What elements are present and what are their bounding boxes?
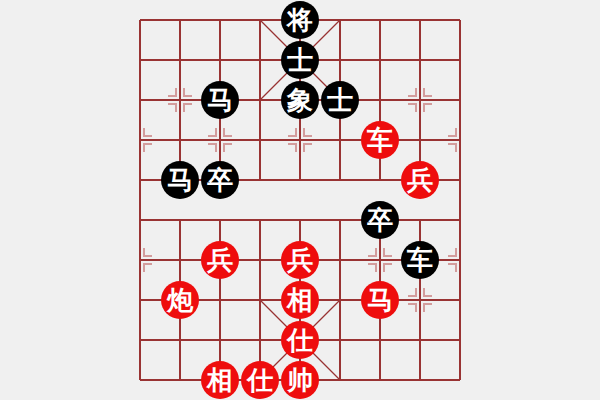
piece-black-horse[interactable]: 马 [201, 81, 239, 119]
piece-black-pawn[interactable]: 卒 [201, 161, 239, 199]
piece-red-cannon[interactable]: 炮 [161, 281, 199, 319]
piece-black-elephant[interactable]: 象 [281, 81, 319, 119]
piece-black-advisor[interactable]: 士 [321, 81, 359, 119]
piece-red-pawn[interactable]: 兵 [281, 241, 319, 279]
piece-black-general[interactable]: 将 [281, 1, 319, 39]
piece-red-horse[interactable]: 马 [361, 281, 399, 319]
piece-red-pawn[interactable]: 兵 [401, 161, 439, 199]
piece-red-advisor[interactable]: 仕 [241, 361, 279, 399]
piece-red-advisor[interactable]: 仕 [281, 321, 319, 359]
piece-red-pawn[interactable]: 兵 [201, 241, 239, 279]
piece-black-pawn[interactable]: 卒 [361, 201, 399, 239]
piece-black-horse[interactable]: 马 [161, 161, 199, 199]
app-background: 将士马象士车马卒兵卒兵兵车炮相马仕相仕帅 [0, 0, 600, 400]
xiangqi-board[interactable]: 将士马象士车马卒兵卒兵兵车炮相马仕相仕帅 [0, 0, 600, 400]
piece-red-chariot[interactable]: 车 [361, 121, 399, 159]
piece-red-elephant[interactable]: 相 [281, 281, 319, 319]
piece-black-advisor[interactable]: 士 [281, 41, 319, 79]
piece-red-general[interactable]: 帅 [281, 361, 319, 399]
piece-black-chariot[interactable]: 车 [401, 241, 439, 279]
piece-red-elephant[interactable]: 相 [201, 361, 239, 399]
